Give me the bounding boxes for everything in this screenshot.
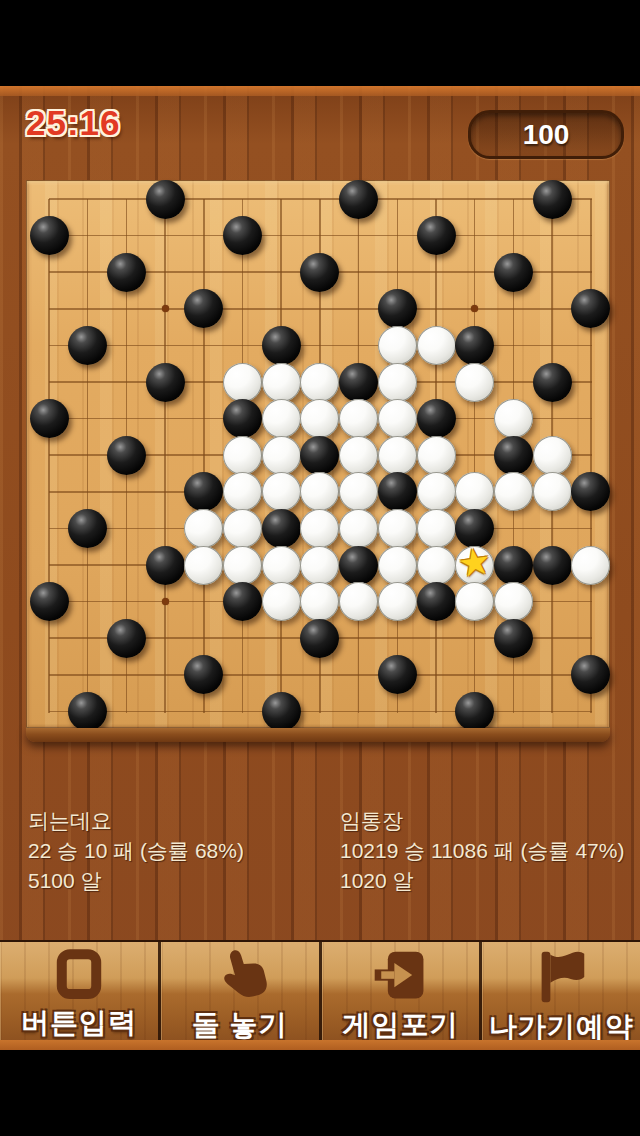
black-stone [262, 509, 301, 548]
black-stone [30, 216, 69, 255]
black-stone [571, 655, 610, 694]
black-stone [30, 399, 69, 438]
forfeit-game-label: 게임포기 [342, 1006, 458, 1044]
black-stone [262, 692, 301, 731]
white-stone [223, 363, 262, 402]
black-stone [223, 399, 262, 438]
stone-counter-box: 100 [468, 110, 624, 159]
black-stone [571, 472, 610, 511]
black-stone [378, 655, 417, 694]
game-screen: { "game": "Omok / Baduk (Korean Go-style… [0, 0, 640, 1136]
black-stone [533, 180, 572, 219]
black-stone [455, 326, 494, 365]
grid-line-horizontal [49, 711, 592, 713]
white-stone [417, 546, 456, 585]
white-stone [571, 546, 610, 585]
black-stone [417, 216, 456, 255]
white-stone [417, 326, 456, 365]
black-stone [571, 289, 610, 328]
grid-line-horizontal [49, 345, 592, 347]
black-stone [494, 619, 533, 658]
white-stone [339, 509, 378, 548]
white-stone [417, 436, 456, 475]
black-stone [68, 692, 107, 731]
player-left-stones: 5100 알 [28, 866, 244, 896]
white-stone [455, 363, 494, 402]
black-stone [339, 546, 378, 585]
grid-line-vertical [164, 199, 166, 713]
white-stone [378, 582, 417, 621]
top-black-bar [0, 0, 640, 86]
black-stone [455, 692, 494, 731]
white-stone [339, 436, 378, 475]
white-stone [223, 546, 262, 585]
white-stone [262, 546, 301, 585]
board-star-point [162, 598, 169, 605]
stone-counter-value: 100 [523, 119, 570, 151]
white-stone [300, 582, 339, 621]
black-stone [184, 655, 223, 694]
grid-line-horizontal [49, 198, 592, 200]
white-stone [494, 582, 533, 621]
button-input-label: 버튼입력 [21, 1004, 137, 1042]
reserve-exit-button[interactable]: 나가기예약 [479, 942, 640, 1042]
grid-line-vertical [203, 199, 205, 713]
board-grid[interactable]: ★ [26, 180, 610, 728]
white-stone [300, 509, 339, 548]
player-right-name: 임통장 [340, 806, 624, 836]
white-stone [262, 436, 301, 475]
grid-line-vertical [590, 199, 592, 713]
place-stone-label: 돌 놓기 [192, 1006, 288, 1044]
black-stone [378, 289, 417, 328]
black-stone [494, 436, 533, 475]
black-stone [107, 253, 146, 292]
black-stone [494, 253, 533, 292]
flag-icon [530, 942, 592, 1008]
white-stone [184, 546, 223, 585]
white-stone [455, 472, 494, 511]
white-stone [262, 399, 301, 438]
white-stone [417, 472, 456, 511]
black-stone [339, 363, 378, 402]
board-side-bevel [26, 728, 610, 742]
grid-line-vertical [87, 199, 89, 713]
black-stone [146, 363, 185, 402]
white-stone [300, 472, 339, 511]
pointing-hand-icon [210, 942, 270, 1006]
black-stone [223, 216, 262, 255]
white-stone [300, 363, 339, 402]
white-stone [262, 363, 301, 402]
black-stone [262, 326, 301, 365]
black-stone [146, 546, 185, 585]
white-stone [223, 509, 262, 548]
wood-highlight-strip [0, 86, 640, 96]
white-stone [533, 436, 572, 475]
white-stone [417, 509, 456, 548]
player-left-info: 되는데요 22 승 10 패 (승률 68%) 5100 알 [28, 806, 244, 896]
white-stone [262, 472, 301, 511]
player-right-stones: 1020 알 [340, 866, 624, 896]
white-stone [184, 509, 223, 548]
grid-line-vertical [474, 199, 476, 713]
black-stone [107, 619, 146, 658]
white-stone [223, 436, 262, 475]
white-stone [378, 546, 417, 585]
player-right-record: 10219 승 11086 패 (승률 47%) [340, 836, 624, 866]
game-timer: 25:16 [26, 103, 121, 143]
last-move-white-stone: ★ [455, 546, 494, 585]
white-stone [378, 436, 417, 475]
white-stone [378, 363, 417, 402]
button-outline-icon [50, 942, 108, 1004]
grid-line-horizontal [49, 235, 592, 237]
bottom-black-bar [0, 1050, 640, 1136]
last-move-star-marker: ★ [452, 540, 497, 585]
white-stone [455, 582, 494, 621]
white-stone [339, 472, 378, 511]
grid-line-horizontal [49, 308, 592, 310]
white-stone [494, 472, 533, 511]
black-stone [494, 546, 533, 585]
button-input-button[interactable]: 버튼입력 [0, 942, 158, 1042]
white-stone [339, 582, 378, 621]
white-stone [378, 399, 417, 438]
white-stone [223, 472, 262, 511]
black-stone [30, 582, 69, 621]
forfeit-game-button[interactable]: 게임포기 [319, 942, 480, 1042]
black-stone [223, 582, 262, 621]
player-left-record: 22 승 10 패 (승률 68%) [28, 836, 244, 866]
player-left-name: 되는데요 [28, 806, 244, 836]
white-stone [378, 509, 417, 548]
game-board[interactable]: ★ [26, 180, 610, 742]
white-stone [300, 546, 339, 585]
black-stone [378, 472, 417, 511]
black-stone [107, 436, 146, 475]
black-stone [300, 436, 339, 475]
black-stone [300, 619, 339, 658]
board-star-point [471, 305, 478, 312]
white-stone [378, 326, 417, 365]
black-stone [184, 289, 223, 328]
toolbar-bottom-strip [0, 1040, 640, 1050]
white-stone [262, 582, 301, 621]
grid-line-vertical [48, 199, 50, 713]
board-star-point [162, 305, 169, 312]
white-stone [339, 399, 378, 438]
black-stone [184, 472, 223, 511]
place-stone-button[interactable]: 돌 놓기 [158, 942, 319, 1042]
white-stone [300, 399, 339, 438]
bottom-toolbar: 버튼입력 돌 놓기 게임포기 나가 [0, 940, 640, 1042]
black-stone [300, 253, 339, 292]
black-stone [146, 180, 185, 219]
black-stone [533, 546, 572, 585]
grid-line-horizontal [49, 674, 592, 676]
black-stone [68, 509, 107, 548]
black-stone [417, 582, 456, 621]
exit-door-icon [370, 942, 430, 1006]
black-stone [339, 180, 378, 219]
black-stone [417, 399, 456, 438]
white-stone [533, 472, 572, 511]
white-stone [494, 399, 533, 438]
player-right-info: 임통장 10219 승 11086 패 (승률 47%) 1020 알 [340, 806, 624, 896]
black-stone [68, 326, 107, 365]
black-stone [533, 363, 572, 402]
